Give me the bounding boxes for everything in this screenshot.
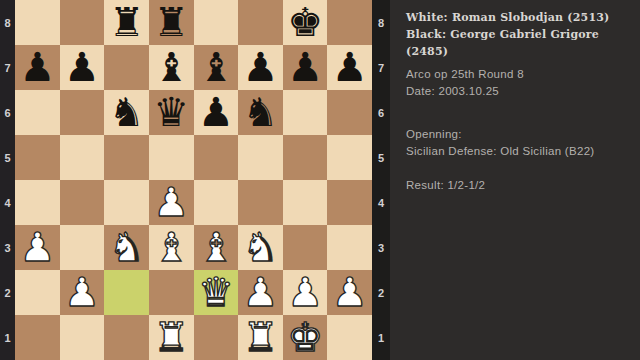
piece-white-pawn[interactable]: ♟ — [287, 272, 323, 312]
square-c4[interactable] — [104, 180, 149, 225]
square-h5[interactable] — [327, 135, 372, 180]
rank-label-4-left: 4 — [0, 180, 15, 225]
square-h6[interactable] — [327, 90, 372, 135]
square-g6[interactable] — [283, 90, 328, 135]
square-c5[interactable] — [104, 135, 149, 180]
square-e6[interactable]: ♟ — [194, 90, 239, 135]
piece-black-king[interactable]: ♚ — [287, 2, 323, 42]
square-d2[interactable] — [149, 270, 194, 315]
rank-strip-left: 87654321 — [0, 0, 15, 360]
rank-label-4-right: 4 — [372, 180, 390, 225]
rank-label-5-left: 5 — [0, 135, 15, 180]
square-e4[interactable] — [194, 180, 239, 225]
piece-black-knight[interactable]: ♞ — [109, 92, 145, 132]
square-g2[interactable]: ♟ — [283, 270, 328, 315]
square-d7[interactable]: ♝ — [149, 45, 194, 90]
square-c1[interactable] — [104, 315, 149, 360]
piece-white-pawn[interactable]: ♟ — [19, 227, 55, 267]
piece-white-bishop[interactable]: ♝ — [153, 227, 189, 267]
piece-black-queen[interactable]: ♛ — [153, 92, 189, 132]
square-b4[interactable] — [60, 180, 105, 225]
piece-white-pawn[interactable]: ♟ — [153, 182, 189, 222]
rank-strip-right: 87654321 — [372, 0, 390, 360]
square-c7[interactable] — [104, 45, 149, 90]
event-block: Arco op 25th Round 8 Date: 2003.10.25 — [406, 66, 630, 100]
rank-label-8-right: 8 — [372, 0, 390, 45]
square-a6[interactable] — [15, 90, 60, 135]
square-h7[interactable]: ♟ — [327, 45, 372, 90]
square-d5[interactable] — [149, 135, 194, 180]
square-b8[interactable] — [60, 0, 105, 45]
square-h2[interactable]: ♟ — [327, 270, 372, 315]
square-e1[interactable] — [194, 315, 239, 360]
piece-white-knight[interactable]: ♞ — [243, 227, 279, 267]
rank-label-6-right: 6 — [372, 90, 390, 135]
rank-label-5-right: 5 — [372, 135, 390, 180]
square-c6[interactable]: ♞ — [104, 90, 149, 135]
chess-viewer: 87654321 ♜♜♚♟♟♝♝♟♟♟♞♛♟♞♟♟♞♝♝♞♟♛♟♟♟♜♜♚ 87… — [0, 0, 640, 360]
square-a8[interactable] — [15, 0, 60, 45]
piece-white-king[interactable]: ♚ — [287, 317, 323, 357]
rank-label-2-left: 2 — [0, 270, 15, 315]
square-c2[interactable] — [104, 270, 149, 315]
piece-white-knight[interactable]: ♞ — [109, 227, 145, 267]
square-b6[interactable] — [60, 90, 105, 135]
square-h3[interactable] — [327, 225, 372, 270]
square-d6[interactable]: ♛ — [149, 90, 194, 135]
rank-label-7-right: 7 — [372, 45, 390, 90]
square-g3[interactable] — [283, 225, 328, 270]
result-label: Result: 1/2-1/2 — [406, 177, 630, 194]
square-b3[interactable] — [60, 225, 105, 270]
piece-white-pawn[interactable]: ♟ — [64, 272, 100, 312]
piece-black-pawn[interactable]: ♟ — [198, 92, 234, 132]
square-g1[interactable]: ♚ — [283, 315, 328, 360]
square-e3[interactable]: ♝ — [194, 225, 239, 270]
piece-black-pawn[interactable]: ♟ — [19, 47, 55, 87]
piece-black-pawn[interactable]: ♟ — [287, 47, 323, 87]
square-g4[interactable] — [283, 180, 328, 225]
square-e7[interactable]: ♝ — [194, 45, 239, 90]
piece-black-pawn[interactable]: ♟ — [64, 47, 100, 87]
piece-white-rook[interactable]: ♜ — [153, 317, 189, 357]
square-b2[interactable]: ♟ — [60, 270, 105, 315]
rank-label-3-left: 3 — [0, 225, 15, 270]
rank-label-6-left: 6 — [0, 90, 15, 135]
square-b5[interactable] — [60, 135, 105, 180]
square-a3[interactable]: ♟ — [15, 225, 60, 270]
rank-label-2-right: 2 — [372, 270, 390, 315]
square-g5[interactable] — [283, 135, 328, 180]
square-d8[interactable]: ♜ — [149, 0, 194, 45]
black-player-label: Black: George Gabriel Grigore (2485) — [406, 26, 630, 60]
players-block: White: Roman Slobodjan (2513) Black: Geo… — [406, 9, 630, 60]
square-h8[interactable] — [327, 0, 372, 45]
rank-label-8-left: 8 — [0, 0, 15, 45]
rank-label-1-right: 1 — [372, 315, 390, 360]
square-e5[interactable] — [194, 135, 239, 180]
opening-value: Sicilian Defense: Old Sicilian (B22) — [406, 143, 630, 160]
piece-black-rook[interactable]: ♜ — [153, 2, 189, 42]
square-f7[interactable]: ♟ — [238, 45, 283, 90]
piece-white-pawn[interactable]: ♟ — [332, 272, 368, 312]
square-g8[interactable]: ♚ — [283, 0, 328, 45]
square-b7[interactable]: ♟ — [60, 45, 105, 90]
square-a4[interactable] — [15, 180, 60, 225]
square-a7[interactable]: ♟ — [15, 45, 60, 90]
square-a5[interactable] — [15, 135, 60, 180]
piece-black-bishop[interactable]: ♝ — [153, 47, 189, 87]
result-block: Result: 1/2-1/2 — [406, 177, 630, 194]
piece-white-queen[interactable]: ♛ — [198, 272, 234, 312]
piece-black-knight[interactable]: ♞ — [243, 92, 279, 132]
piece-white-bishop[interactable]: ♝ — [198, 227, 234, 267]
square-f2[interactable]: ♟ — [238, 270, 283, 315]
opening-block: Openning: Sicilian Defense: Old Sicilian… — [406, 126, 630, 160]
white-player-label: White: Roman Slobodjan (2513) — [406, 9, 630, 26]
chess-board: ♜♜♚♟♟♝♝♟♟♟♞♛♟♞♟♟♞♝♝♞♟♛♟♟♟♜♜♚ — [15, 0, 372, 360]
event-label: Arco op 25th Round 8 — [406, 66, 630, 83]
piece-black-pawn[interactable]: ♟ — [332, 47, 368, 87]
rank-label-7-left: 7 — [0, 45, 15, 90]
square-e2[interactable]: ♛ — [194, 270, 239, 315]
square-c3[interactable]: ♞ — [104, 225, 149, 270]
square-f6[interactable]: ♞ — [238, 90, 283, 135]
piece-black-rook[interactable]: ♜ — [109, 2, 145, 42]
game-info-sidebar: White: Roman Slobodjan (2513) Black: Geo… — [390, 0, 640, 360]
square-f5[interactable] — [238, 135, 283, 180]
square-d4[interactable]: ♟ — [149, 180, 194, 225]
piece-white-rook[interactable]: ♜ — [243, 317, 279, 357]
square-f1[interactable]: ♜ — [238, 315, 283, 360]
square-h4[interactable] — [327, 180, 372, 225]
square-d1[interactable]: ♜ — [149, 315, 194, 360]
square-a2[interactable] — [15, 270, 60, 315]
rank-label-3-right: 3 — [372, 225, 390, 270]
square-h1[interactable] — [327, 315, 372, 360]
square-g7[interactable]: ♟ — [283, 45, 328, 90]
square-b1[interactable] — [60, 315, 105, 360]
square-f4[interactable] — [238, 180, 283, 225]
square-e8[interactable] — [194, 0, 239, 45]
square-d3[interactable]: ♝ — [149, 225, 194, 270]
square-f8[interactable] — [238, 0, 283, 45]
opening-label: Openning: — [406, 126, 630, 143]
piece-white-pawn[interactable]: ♟ — [243, 272, 279, 312]
square-f3[interactable]: ♞ — [238, 225, 283, 270]
square-a1[interactable] — [15, 315, 60, 360]
rank-label-1-left: 1 — [0, 315, 15, 360]
piece-black-bishop[interactable]: ♝ — [198, 47, 234, 87]
piece-black-pawn[interactable]: ♟ — [243, 47, 279, 87]
date-label: Date: 2003.10.25 — [406, 83, 630, 100]
square-c8[interactable]: ♜ — [104, 0, 149, 45]
